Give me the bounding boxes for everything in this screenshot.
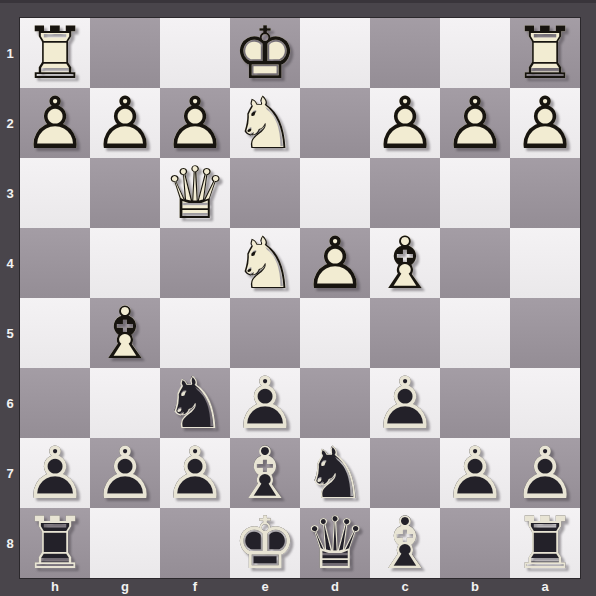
piece-outline-glyph: ♙ xyxy=(230,368,300,438)
piece-outline-glyph: ♗ xyxy=(370,228,440,298)
square-c7[interactable] xyxy=(370,438,440,508)
rank-label-4: 4 xyxy=(0,228,20,298)
white-queen[interactable]: ♛♕ xyxy=(160,158,230,228)
piece-outline-glyph: ♙ xyxy=(90,88,160,158)
square-h7[interactable]: ♟♙ xyxy=(20,438,90,508)
square-d1[interactable] xyxy=(300,18,370,88)
white-knight[interactable]: ♞♘ xyxy=(230,88,300,158)
square-d3[interactable] xyxy=(300,158,370,228)
square-c3[interactable] xyxy=(370,158,440,228)
white-rook[interactable]: ♜♖ xyxy=(510,18,580,88)
white-pawn[interactable]: ♟♙ xyxy=(20,88,90,158)
square-h8[interactable]: ♜♖ xyxy=(20,508,90,578)
piece-outline-glyph: ♖ xyxy=(510,18,580,88)
square-f4[interactable] xyxy=(160,228,230,298)
black-pawn[interactable]: ♟♙ xyxy=(230,368,300,438)
black-queen[interactable]: ♛♕ xyxy=(300,508,370,578)
black-pawn[interactable]: ♟♙ xyxy=(510,438,580,508)
square-c8[interactable]: ♝♗ xyxy=(370,508,440,578)
square-f3[interactable]: ♛♕ xyxy=(160,158,230,228)
white-bishop[interactable]: ♝♗ xyxy=(90,298,160,368)
black-pawn[interactable]: ♟♙ xyxy=(90,438,160,508)
square-f5[interactable] xyxy=(160,298,230,368)
square-f6[interactable]: ♞♘ xyxy=(160,368,230,438)
square-h3[interactable] xyxy=(20,158,90,228)
square-e2[interactable]: ♞♘ xyxy=(230,88,300,158)
rank-labels: 12345678 xyxy=(0,18,20,578)
piece-outline-glyph: ♙ xyxy=(20,438,90,508)
square-f2[interactable]: ♟♙ xyxy=(160,88,230,158)
file-labels: hgfedcba xyxy=(20,578,580,596)
piece-outline-glyph: ♖ xyxy=(20,18,90,88)
piece-outline-glyph: ♗ xyxy=(230,438,300,508)
piece-outline-glyph: ♙ xyxy=(440,438,510,508)
square-c1[interactable] xyxy=(370,18,440,88)
square-h4[interactable] xyxy=(20,228,90,298)
piece-outline-glyph: ♙ xyxy=(510,438,580,508)
square-e4[interactable]: ♞♘ xyxy=(230,228,300,298)
piece-outline-glyph: ♔ xyxy=(230,508,300,578)
white-king[interactable]: ♚♔ xyxy=(230,18,300,88)
square-h5[interactable] xyxy=(20,298,90,368)
square-a6[interactable] xyxy=(510,368,580,438)
piece-outline-glyph: ♘ xyxy=(230,228,300,298)
black-king[interactable]: ♚♔ xyxy=(230,508,300,578)
square-b3[interactable] xyxy=(440,158,510,228)
piece-outline-glyph: ♕ xyxy=(160,158,230,228)
black-rook[interactable]: ♜♖ xyxy=(20,508,90,578)
square-e7[interactable]: ♝♗ xyxy=(230,438,300,508)
black-pawn[interactable]: ♟♙ xyxy=(160,438,230,508)
white-pawn[interactable]: ♟♙ xyxy=(90,88,160,158)
white-pawn[interactable]: ♟♙ xyxy=(300,228,370,298)
piece-outline-glyph: ♙ xyxy=(160,88,230,158)
file-label-g: g xyxy=(90,578,160,596)
square-c4[interactable]: ♝♗ xyxy=(370,228,440,298)
white-pawn[interactable]: ♟♙ xyxy=(160,88,230,158)
rank-label-2: 2 xyxy=(0,88,20,158)
square-b5[interactable] xyxy=(440,298,510,368)
square-a8[interactable]: ♜♖ xyxy=(510,508,580,578)
square-c6[interactable]: ♟♙ xyxy=(370,368,440,438)
square-b1[interactable] xyxy=(440,18,510,88)
piece-outline-glyph: ♘ xyxy=(230,88,300,158)
square-e5[interactable] xyxy=(230,298,300,368)
piece-outline-glyph: ♕ xyxy=(300,508,370,578)
rank-label-3: 3 xyxy=(0,158,20,228)
square-a5[interactable] xyxy=(510,298,580,368)
piece-outline-glyph: ♙ xyxy=(510,88,580,158)
board-frame: 12345678 ♜♖♚♔♜♖♟♙♟♙♟♙♞♘♟♙♟♙♟♙♛♕♞♘♟♙♝♗♝♗♞… xyxy=(0,0,596,596)
square-f8[interactable] xyxy=(160,508,230,578)
square-h2[interactable]: ♟♙ xyxy=(20,88,90,158)
square-c5[interactable] xyxy=(370,298,440,368)
square-d2[interactable] xyxy=(300,88,370,158)
square-g5[interactable]: ♝♗ xyxy=(90,298,160,368)
square-b7[interactable]: ♟♙ xyxy=(440,438,510,508)
piece-outline-glyph: ♙ xyxy=(370,368,440,438)
piece-outline-glyph: ♔ xyxy=(230,18,300,88)
rank-label-6: 6 xyxy=(0,368,20,438)
piece-outline-glyph: ♖ xyxy=(20,508,90,578)
square-a7[interactable]: ♟♙ xyxy=(510,438,580,508)
square-d8[interactable]: ♛♕ xyxy=(300,508,370,578)
piece-outline-glyph: ♖ xyxy=(510,508,580,578)
file-label-e: e xyxy=(230,578,300,596)
square-f7[interactable]: ♟♙ xyxy=(160,438,230,508)
file-label-c: c xyxy=(370,578,440,596)
white-knight[interactable]: ♞♘ xyxy=(230,228,300,298)
square-d7[interactable]: ♞♘ xyxy=(300,438,370,508)
black-rook[interactable]: ♜♖ xyxy=(510,508,580,578)
square-b2[interactable]: ♟♙ xyxy=(440,88,510,158)
square-f1[interactable] xyxy=(160,18,230,88)
black-pawn[interactable]: ♟♙ xyxy=(20,438,90,508)
square-h1[interactable]: ♜♖ xyxy=(20,18,90,88)
piece-outline-glyph: ♙ xyxy=(300,228,370,298)
file-label-b: b xyxy=(440,578,510,596)
square-h6[interactable] xyxy=(20,368,90,438)
piece-outline-glyph: ♙ xyxy=(160,438,230,508)
black-pawn[interactable]: ♟♙ xyxy=(370,368,440,438)
square-d6[interactable] xyxy=(300,368,370,438)
square-e3[interactable] xyxy=(230,158,300,228)
square-e8[interactable]: ♚♔ xyxy=(230,508,300,578)
square-a3[interactable] xyxy=(510,158,580,228)
rank-label-8: 8 xyxy=(0,508,20,578)
square-d4[interactable]: ♟♙ xyxy=(300,228,370,298)
white-pawn[interactable]: ♟♙ xyxy=(510,88,580,158)
piece-outline-glyph: ♘ xyxy=(160,368,230,438)
square-e6[interactable]: ♟♙ xyxy=(230,368,300,438)
black-bishop[interactable]: ♝♗ xyxy=(370,508,440,578)
black-knight[interactable]: ♞♘ xyxy=(300,438,370,508)
white-pawn[interactable]: ♟♙ xyxy=(370,88,440,158)
piece-outline-glyph: ♙ xyxy=(370,88,440,158)
piece-outline-glyph: ♘ xyxy=(300,438,370,508)
file-label-h: h xyxy=(20,578,90,596)
square-g6[interactable] xyxy=(90,368,160,438)
square-g1[interactable] xyxy=(90,18,160,88)
black-knight[interactable]: ♞♘ xyxy=(160,368,230,438)
square-g8[interactable] xyxy=(90,508,160,578)
square-g2[interactable]: ♟♙ xyxy=(90,88,160,158)
black-pawn[interactable]: ♟♙ xyxy=(440,438,510,508)
rank-label-1: 1 xyxy=(0,18,20,88)
piece-outline-glyph: ♗ xyxy=(370,508,440,578)
file-label-d: d xyxy=(300,578,370,596)
piece-outline-glyph: ♙ xyxy=(90,438,160,508)
piece-outline-glyph: ♙ xyxy=(20,88,90,158)
square-b4[interactable] xyxy=(440,228,510,298)
square-b8[interactable] xyxy=(440,508,510,578)
board-frame-top-edge xyxy=(0,0,596,3)
square-g3[interactable] xyxy=(90,158,160,228)
white-pawn[interactable]: ♟♙ xyxy=(440,88,510,158)
white-bishop[interactable]: ♝♗ xyxy=(370,228,440,298)
white-rook[interactable]: ♜♖ xyxy=(20,18,90,88)
rank-label-5: 5 xyxy=(0,298,20,368)
black-bishop[interactable]: ♝♗ xyxy=(230,438,300,508)
file-label-a: a xyxy=(510,578,580,596)
piece-outline-glyph: ♙ xyxy=(440,88,510,158)
file-label-f: f xyxy=(160,578,230,596)
square-a1[interactable]: ♜♖ xyxy=(510,18,580,88)
rank-label-7: 7 xyxy=(0,438,20,508)
square-d5[interactable] xyxy=(300,298,370,368)
square-e1[interactable]: ♚♔ xyxy=(230,18,300,88)
square-b6[interactable] xyxy=(440,368,510,438)
square-a2[interactable]: ♟♙ xyxy=(510,88,580,158)
chess-board: ♜♖♚♔♜♖♟♙♟♙♟♙♞♘♟♙♟♙♟♙♛♕♞♘♟♙♝♗♝♗♞♘♟♙♟♙♟♙♟♙… xyxy=(20,18,580,578)
square-g4[interactable] xyxy=(90,228,160,298)
square-g7[interactable]: ♟♙ xyxy=(90,438,160,508)
square-a4[interactable] xyxy=(510,228,580,298)
piece-outline-glyph: ♗ xyxy=(90,298,160,368)
square-c2[interactable]: ♟♙ xyxy=(370,88,440,158)
